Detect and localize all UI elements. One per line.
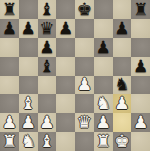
black-bishop[interactable]: ♝	[39, 57, 54, 74]
white-pawn[interactable]: ♟	[77, 76, 92, 93]
square-h1[interactable]	[131, 132, 150, 151]
square-f6[interactable]: ♟	[94, 38, 113, 57]
square-a7[interactable]: ♟	[0, 19, 19, 38]
white-pawn[interactable]: ♟	[21, 114, 36, 131]
white-bishop[interactable]: ♝	[39, 133, 54, 150]
square-a5[interactable]	[0, 57, 19, 76]
square-f4[interactable]	[94, 76, 113, 95]
square-e7[interactable]	[75, 19, 94, 38]
black-pawn[interactable]: ♟	[58, 19, 73, 36]
black-pawn[interactable]: ♟	[39, 38, 54, 55]
square-h7[interactable]	[131, 19, 150, 38]
square-d7[interactable]: ♟	[56, 19, 75, 38]
square-b3[interactable]: ♝	[19, 94, 38, 113]
square-a2[interactable]: ♟	[0, 113, 19, 132]
square-d8[interactable]	[56, 0, 75, 19]
square-a3[interactable]	[0, 94, 19, 113]
black-rook[interactable]: ♜	[2, 0, 17, 17]
square-d1[interactable]	[56, 132, 75, 151]
square-c8[interactable]: ♝	[38, 0, 57, 19]
black-king[interactable]: ♚	[77, 0, 92, 17]
square-g7[interactable]: ♟	[113, 19, 132, 38]
square-c4[interactable]	[38, 76, 57, 95]
white-pawn[interactable]: ♟	[96, 114, 111, 131]
square-f1[interactable]: ♜	[94, 132, 113, 151]
square-g6[interactable]	[113, 38, 132, 57]
square-b2[interactable]: ♟	[19, 113, 38, 132]
white-king[interactable]: ♚	[114, 133, 129, 150]
square-f7[interactable]	[94, 19, 113, 38]
white-pawn[interactable]: ♟	[39, 114, 54, 131]
square-h2[interactable]: ♟	[131, 113, 150, 132]
chess-app: ♜♝♚♜♟♟♛♟♟♟♟♝♟♟♞♝♞♟♟♟♟♛♟♟♜♞♝♜♚	[0, 0, 150, 151]
square-g1[interactable]: ♚	[113, 132, 132, 151]
square-c3[interactable]	[38, 94, 57, 113]
square-e3[interactable]	[75, 94, 94, 113]
square-c7[interactable]: ♛	[38, 19, 57, 38]
white-queen[interactable]: ♛	[77, 114, 92, 131]
black-bishop[interactable]: ♝	[39, 0, 54, 17]
square-b7[interactable]: ♟	[19, 19, 38, 38]
square-b8[interactable]	[19, 0, 38, 19]
white-pawn[interactable]: ♟	[2, 114, 17, 131]
square-h4[interactable]	[131, 76, 150, 95]
white-pawn[interactable]: ♟	[114, 95, 129, 112]
square-e8[interactable]: ♚	[75, 0, 94, 19]
square-g8[interactable]	[113, 0, 132, 19]
square-h6[interactable]	[131, 38, 150, 57]
square-e1[interactable]	[75, 132, 94, 151]
square-d5[interactable]	[56, 57, 75, 76]
square-a4[interactable]	[0, 76, 19, 95]
square-b4[interactable]	[19, 76, 38, 95]
square-e4[interactable]: ♟	[75, 76, 94, 95]
square-d2[interactable]	[56, 113, 75, 132]
square-h3[interactable]	[131, 94, 150, 113]
black-pawn[interactable]: ♟	[96, 38, 111, 55]
square-e2[interactable]: ♛	[75, 113, 94, 132]
square-h5[interactable]: ♟	[131, 57, 150, 76]
black-pawn[interactable]: ♟	[2, 19, 17, 36]
square-b6[interactable]	[19, 38, 38, 57]
square-f8[interactable]	[94, 0, 113, 19]
white-bishop[interactable]: ♝	[21, 95, 36, 112]
square-c6[interactable]: ♟	[38, 38, 57, 57]
black-pawn[interactable]: ♟	[133, 57, 148, 74]
black-pawn[interactable]: ♟	[114, 19, 129, 36]
square-e6[interactable]	[75, 38, 94, 57]
black-knight[interactable]: ♞	[114, 76, 129, 93]
square-g3[interactable]: ♟	[113, 94, 132, 113]
white-knight[interactable]: ♞	[21, 133, 36, 150]
square-g4[interactable]: ♞	[113, 76, 132, 95]
square-a1[interactable]: ♜	[0, 132, 19, 151]
square-b5[interactable]	[19, 57, 38, 76]
square-e5[interactable]	[75, 57, 94, 76]
square-g5[interactable]	[113, 57, 132, 76]
square-f2[interactable]: ♟	[94, 113, 113, 132]
square-d3[interactable]	[56, 94, 75, 113]
chess-board: ♜♝♚♜♟♟♛♟♟♟♟♝♟♟♞♝♞♟♟♟♟♛♟♟♜♞♝♜♚	[0, 0, 150, 151]
black-pawn[interactable]: ♟	[21, 19, 36, 36]
white-knight[interactable]: ♞	[96, 95, 111, 112]
square-b1[interactable]: ♞	[19, 132, 38, 151]
square-d4[interactable]	[56, 76, 75, 95]
white-rook[interactable]: ♜	[96, 133, 111, 150]
black-rook[interactable]: ♜	[133, 0, 148, 17]
black-queen[interactable]: ♛	[39, 19, 54, 36]
square-c2[interactable]: ♟	[38, 113, 57, 132]
square-a8[interactable]: ♜	[0, 0, 19, 19]
square-f3[interactable]: ♞	[94, 94, 113, 113]
square-c1[interactable]: ♝	[38, 132, 57, 151]
white-pawn[interactable]: ♟	[133, 114, 148, 131]
square-h8[interactable]: ♜	[131, 0, 150, 19]
square-c5[interactable]: ♝	[38, 57, 57, 76]
white-rook[interactable]: ♜	[2, 133, 17, 150]
square-a6[interactable]	[0, 38, 19, 57]
square-g2[interactable]	[113, 113, 132, 132]
square-d6[interactable]	[56, 38, 75, 57]
square-f5[interactable]	[94, 57, 113, 76]
